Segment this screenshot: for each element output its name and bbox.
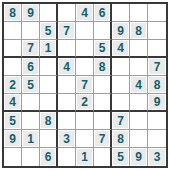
sudoku-cell[interactable] bbox=[22, 94, 40, 112]
sudoku-cell: 8 bbox=[94, 58, 112, 76]
sudoku-cell[interactable] bbox=[22, 112, 40, 130]
sudoku-cell[interactable] bbox=[130, 58, 148, 76]
sudoku-cell[interactable] bbox=[58, 94, 76, 112]
sudoku-cell: 9 bbox=[112, 22, 130, 40]
sudoku-cell: 3 bbox=[148, 148, 166, 166]
sudoku-cell: 7 bbox=[22, 40, 40, 58]
sudoku-cell[interactable] bbox=[40, 58, 58, 76]
sudoku-cell[interactable] bbox=[22, 22, 40, 40]
sudoku-cell: 1 bbox=[22, 130, 40, 148]
sudoku-cell: 4 bbox=[58, 58, 76, 76]
sudoku-cell[interactable] bbox=[94, 76, 112, 94]
sudoku-cell: 6 bbox=[94, 4, 112, 22]
sudoku-cell[interactable] bbox=[76, 112, 94, 130]
sudoku-cell[interactable] bbox=[148, 22, 166, 40]
sudoku-cell: 8 bbox=[40, 112, 58, 130]
sudoku-cell: 8 bbox=[148, 76, 166, 94]
sudoku-cell: 6 bbox=[40, 148, 58, 166]
sudoku-cell[interactable] bbox=[94, 22, 112, 40]
sudoku-cell: 4 bbox=[76, 4, 94, 22]
sudoku-cell: 7 bbox=[58, 22, 76, 40]
sudoku-cell[interactable] bbox=[4, 22, 22, 40]
sudoku-cell: 3 bbox=[58, 130, 76, 148]
sudoku-cell: 9 bbox=[4, 130, 22, 148]
sudoku-cell: 9 bbox=[130, 148, 148, 166]
sudoku-cell: 2 bbox=[76, 94, 94, 112]
sudoku-cell[interactable] bbox=[94, 148, 112, 166]
sudoku-cell[interactable] bbox=[130, 112, 148, 130]
sudoku-cell: 9 bbox=[148, 94, 166, 112]
sudoku-cell: 5 bbox=[94, 40, 112, 58]
sudoku-cell: 4 bbox=[130, 76, 148, 94]
sudoku-cell[interactable] bbox=[58, 76, 76, 94]
sudoku-cell[interactable] bbox=[94, 112, 112, 130]
sudoku-cell[interactable] bbox=[130, 94, 148, 112]
sudoku-cell[interactable] bbox=[4, 58, 22, 76]
sudoku-cell: 5 bbox=[40, 22, 58, 40]
sudoku-cell: 4 bbox=[4, 94, 22, 112]
sudoku-cell[interactable] bbox=[94, 94, 112, 112]
sudoku-cell: 7 bbox=[94, 130, 112, 148]
sudoku-cell[interactable] bbox=[148, 112, 166, 130]
sudoku-cell: 5 bbox=[22, 76, 40, 94]
sudoku-cell[interactable] bbox=[130, 130, 148, 148]
sudoku-cell: 7 bbox=[148, 58, 166, 76]
sudoku-cell[interactable] bbox=[40, 94, 58, 112]
sudoku-cell: 9 bbox=[22, 4, 40, 22]
sudoku-cell: 5 bbox=[4, 112, 22, 130]
sudoku-cell: 1 bbox=[40, 40, 58, 58]
sudoku-cell[interactable] bbox=[58, 148, 76, 166]
sudoku-cell[interactable] bbox=[40, 76, 58, 94]
sudoku-cell[interactable] bbox=[112, 58, 130, 76]
sudoku-cell: 1 bbox=[76, 148, 94, 166]
sudoku-cell[interactable] bbox=[130, 4, 148, 22]
sudoku-cell[interactable] bbox=[130, 40, 148, 58]
sudoku-cell[interactable] bbox=[76, 58, 94, 76]
sudoku-cell: 2 bbox=[4, 76, 22, 94]
sudoku-cell: 8 bbox=[4, 4, 22, 22]
sudoku-cell[interactable] bbox=[148, 40, 166, 58]
sudoku-cell[interactable] bbox=[58, 112, 76, 130]
sudoku-cell[interactable] bbox=[148, 130, 166, 148]
sudoku-cell[interactable] bbox=[76, 22, 94, 40]
sudoku-cell[interactable] bbox=[58, 4, 76, 22]
sudoku-cell[interactable] bbox=[4, 148, 22, 166]
sudoku-cell[interactable] bbox=[22, 148, 40, 166]
sudoku-cell: 8 bbox=[112, 130, 130, 148]
sudoku-cell[interactable] bbox=[40, 4, 58, 22]
sudoku-cell[interactable] bbox=[40, 130, 58, 148]
sudoku-cell[interactable] bbox=[76, 130, 94, 148]
sudoku-cell: 6 bbox=[22, 58, 40, 76]
sudoku-cell[interactable] bbox=[112, 76, 130, 94]
sudoku-cell[interactable] bbox=[148, 4, 166, 22]
sudoku-board: 8946579871546487257484295879137861593 bbox=[2, 2, 168, 168]
sudoku-cell[interactable] bbox=[58, 40, 76, 58]
sudoku-cell: 5 bbox=[112, 148, 130, 166]
sudoku-cell[interactable] bbox=[112, 94, 130, 112]
sudoku-cell[interactable] bbox=[4, 40, 22, 58]
sudoku-cell: 7 bbox=[76, 76, 94, 94]
sudoku-cell: 8 bbox=[130, 22, 148, 40]
sudoku-cell: 7 bbox=[112, 112, 130, 130]
sudoku-cell[interactable] bbox=[112, 4, 130, 22]
sudoku-cell: 4 bbox=[112, 40, 130, 58]
sudoku-cell[interactable] bbox=[76, 40, 94, 58]
